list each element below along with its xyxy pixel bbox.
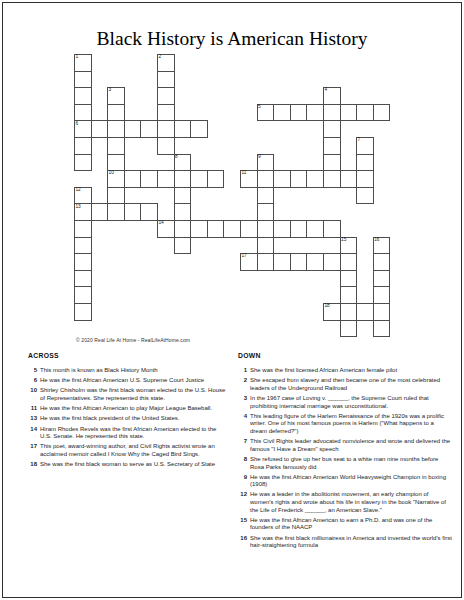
clue-number: 10 xyxy=(28,387,37,402)
clue-number: 14 xyxy=(28,426,37,441)
grid-cell[interactable] xyxy=(74,104,92,122)
grid-cell[interactable] xyxy=(273,253,291,271)
grid-cell[interactable] xyxy=(107,120,125,138)
grid-cell[interactable] xyxy=(257,253,275,271)
grid-cell[interactable] xyxy=(306,220,324,238)
clue-text: This poet, award-winning author, and Civ… xyxy=(40,443,226,458)
clue-text: This Civil Rights leader advocated nonvi… xyxy=(250,438,452,453)
clue-item: 5This month is known as Black History Mo… xyxy=(28,367,226,375)
clue-text: She escaped from slavery and then became… xyxy=(250,377,452,392)
grid-cell[interactable] xyxy=(74,137,92,155)
clue-text: This month is known as Black History Mon… xyxy=(40,367,226,375)
grid-cell[interactable] xyxy=(290,104,308,122)
clue-item: 14Hiram Rhodes Revels was the first Afri… xyxy=(28,426,226,441)
across-clues-section: ACROSS 5This month is known as Black His… xyxy=(28,352,226,471)
grid-cell[interactable] xyxy=(124,203,142,221)
clue-number: 9 xyxy=(238,474,247,489)
grid-cell[interactable] xyxy=(107,154,125,172)
clue-number: 17 xyxy=(28,443,37,458)
clue-text: She was the first black millionairess in… xyxy=(250,535,452,550)
grid-cell[interactable] xyxy=(373,253,391,271)
clue-item: 17This poet, award-winning author, and C… xyxy=(28,443,226,458)
grid-cell[interactable] xyxy=(340,253,358,271)
clue-item: 6He was the first African American U.S. … xyxy=(28,377,226,385)
clue-text: Shirley Chisholm was the first black wom… xyxy=(40,387,226,402)
grid-cell[interactable] xyxy=(157,71,175,89)
grid-cell[interactable] xyxy=(157,137,175,155)
grid-cell[interactable] xyxy=(340,104,358,122)
clue-item: 16She was the first black millionairess … xyxy=(238,535,452,550)
clue-number: 1 xyxy=(238,367,247,375)
clue-text: Hiram Rhodes Revels was the first Africa… xyxy=(40,426,226,441)
grid-cell[interactable] xyxy=(107,137,125,155)
cell-number: 6 xyxy=(75,122,78,127)
down-clue-list: 1She was the first licensed African Amer… xyxy=(238,367,452,550)
grid-cell[interactable] xyxy=(373,104,391,122)
cell-number: 5 xyxy=(258,105,261,110)
cell-number: 16 xyxy=(374,238,379,243)
grid-cell[interactable] xyxy=(174,220,192,238)
grid-cell[interactable] xyxy=(373,303,391,321)
cell-number: 4 xyxy=(324,88,327,93)
grid-cell[interactable] xyxy=(74,286,92,304)
grid-cell[interactable] xyxy=(257,187,275,205)
clue-number: 13 xyxy=(28,415,37,423)
grid-cell[interactable] xyxy=(174,170,192,188)
cell-number: 2 xyxy=(158,55,161,60)
grid-cell[interactable] xyxy=(91,203,109,221)
down-clues-section: DOWN 1She was the first licensed African… xyxy=(238,352,452,552)
cell-number: 1 xyxy=(75,55,78,60)
grid-cell[interactable] xyxy=(340,320,358,338)
grid-cell[interactable] xyxy=(124,120,142,138)
grid-cell[interactable] xyxy=(124,170,142,188)
grid-cell[interactable] xyxy=(323,154,341,172)
grid-cell[interactable] xyxy=(74,270,92,288)
grid-cell[interactable] xyxy=(174,203,192,221)
clue-item: 15He was the first African American to e… xyxy=(238,517,452,532)
grid-cell[interactable] xyxy=(290,220,308,238)
grid-cell[interactable] xyxy=(323,137,341,155)
clue-text: She refused to give up her bus seat to a… xyxy=(250,456,452,471)
clue-text: He was the first African American World … xyxy=(250,474,452,489)
clue-item: 9He was the first African American World… xyxy=(238,474,452,489)
worksheet-page: Black History is American History 123456… xyxy=(0,0,464,600)
clue-item: 18She was the first black woman to serve… xyxy=(28,461,226,469)
clue-number: 16 xyxy=(238,535,247,550)
grid-cell[interactable] xyxy=(257,170,275,188)
clue-text: He was the first African American to pla… xyxy=(40,405,226,413)
clue-number: 2 xyxy=(238,377,247,392)
page-title: Black History is American History xyxy=(0,28,464,50)
grid-cell[interactable] xyxy=(323,120,341,138)
clue-text: She was the first black woman to serve a… xyxy=(40,461,226,469)
down-header: DOWN xyxy=(238,352,452,360)
grid-cell[interactable] xyxy=(356,303,374,321)
grid-cell[interactable] xyxy=(273,104,291,122)
grid-cell[interactable] xyxy=(140,120,158,138)
grid-cell[interactable] xyxy=(273,220,291,238)
grid-cell[interactable] xyxy=(157,87,175,105)
grid-cell[interactable] xyxy=(107,104,125,122)
cell-number: 13 xyxy=(75,205,80,210)
clue-text: He was the first African American to ear… xyxy=(250,517,452,532)
clue-item: 11He was the first African American to p… xyxy=(28,405,226,413)
grid-cell[interactable] xyxy=(74,154,92,172)
clue-item: 1She was the first licensed African Amer… xyxy=(238,367,452,375)
clue-number: 8 xyxy=(238,456,247,471)
clue-number: 7 xyxy=(238,438,247,453)
grid-cell[interactable] xyxy=(190,170,208,188)
grid-cell[interactable] xyxy=(373,286,391,304)
grid-cell[interactable] xyxy=(207,170,225,188)
grid-cell[interactable] xyxy=(223,220,241,238)
clue-number: 4 xyxy=(238,413,247,436)
grid-cell[interactable] xyxy=(373,320,391,338)
grid-cell[interactable] xyxy=(74,303,92,321)
grid-cell[interactable] xyxy=(306,104,324,122)
cell-number: 3 xyxy=(109,88,112,93)
clue-number: 6 xyxy=(28,377,37,385)
grid-cell[interactable] xyxy=(157,120,175,138)
grid-cell[interactable] xyxy=(290,170,308,188)
grid-cell[interactable] xyxy=(273,170,291,188)
grid-cell[interactable] xyxy=(74,87,92,105)
grid-cell[interactable] xyxy=(340,270,358,288)
grid-cell[interactable] xyxy=(340,286,358,304)
clue-text: He was the first black president of the … xyxy=(40,415,226,423)
cell-number: 14 xyxy=(158,221,163,226)
cell-number: 17 xyxy=(241,254,246,259)
clue-text: This leading figure of the Harlem Renais… xyxy=(250,413,452,436)
grid-cell[interactable] xyxy=(74,253,92,271)
grid-cell[interactable] xyxy=(323,253,341,271)
grid-cell[interactable] xyxy=(240,220,258,238)
clue-number: 18 xyxy=(28,461,37,469)
grid-cell[interactable] xyxy=(356,104,374,122)
grid-cell[interactable] xyxy=(74,220,92,238)
grid-cell[interactable] xyxy=(190,220,208,238)
clue-number: 11 xyxy=(28,405,37,413)
clue-text: In the 1967 case of Loving v. ______, th… xyxy=(250,395,452,410)
grid-cell[interactable] xyxy=(356,154,374,172)
grid-cell[interactable] xyxy=(107,187,125,205)
grid-cell[interactable] xyxy=(356,187,374,205)
grid-cell[interactable] xyxy=(157,104,175,122)
cell-number: 7 xyxy=(358,138,361,143)
grid-cell[interactable] xyxy=(340,170,358,188)
grid-cell[interactable] xyxy=(257,220,275,238)
grid-cell[interactable] xyxy=(174,237,192,255)
clue-item: 2She escaped from slavery and then becam… xyxy=(238,377,452,392)
grid-cell[interactable] xyxy=(340,303,358,321)
grid-cell[interactable] xyxy=(174,120,192,138)
cell-number: 10 xyxy=(109,171,114,176)
grid-cell[interactable] xyxy=(157,170,175,188)
grid-cell[interactable] xyxy=(91,120,109,138)
clue-text: He was a leader in the abolitionist move… xyxy=(250,491,452,514)
cell-number: 8 xyxy=(175,155,178,160)
grid-cell[interactable] xyxy=(323,220,341,238)
clue-text: She was the first licensed African Ameri… xyxy=(250,367,452,375)
across-header: ACROSS xyxy=(28,352,226,360)
clue-number: 12 xyxy=(238,491,247,514)
clue-number: 5 xyxy=(28,367,37,375)
grid-cell[interactable] xyxy=(140,170,158,188)
grid-cell[interactable] xyxy=(306,253,324,271)
clue-number: 3 xyxy=(238,395,247,410)
across-clue-list: 5This month is known as Black History Mo… xyxy=(28,367,226,469)
clue-item: 4This leading figure of the Harlem Renai… xyxy=(238,413,452,436)
grid-cell[interactable] xyxy=(257,203,275,221)
clue-item: 3In the 1967 case of Loving v. ______, t… xyxy=(238,395,452,410)
grid-cell[interactable] xyxy=(290,253,308,271)
grid-cell[interactable] xyxy=(207,220,225,238)
clue-text: He was the first African American U.S. S… xyxy=(40,377,226,385)
clue-item: 13He was the first black president of th… xyxy=(28,415,226,423)
grid-cell[interactable] xyxy=(323,170,341,188)
grid-cell[interactable] xyxy=(107,203,125,221)
clue-number: 15 xyxy=(238,517,247,532)
cell-number: 11 xyxy=(241,171,246,176)
clue-item: 10Shirley Chisholm was the first black w… xyxy=(28,387,226,402)
clue-item: 12He was a leader in the abolitionist mo… xyxy=(238,491,452,514)
grid-cell[interactable] xyxy=(257,237,275,255)
grid-cell[interactable] xyxy=(190,120,208,138)
grid-cell[interactable] xyxy=(323,104,341,122)
grid-cell[interactable] xyxy=(174,187,192,205)
clue-item: 8She refused to give up her bus seat to … xyxy=(238,456,452,471)
grid-cell[interactable] xyxy=(373,270,391,288)
cell-number: 12 xyxy=(75,188,80,193)
grid-cell[interactable] xyxy=(306,170,324,188)
cell-number: 9 xyxy=(258,155,261,160)
grid-cell[interactable] xyxy=(140,203,158,221)
grid-cell[interactable] xyxy=(74,237,92,255)
grid-cell[interactable] xyxy=(356,170,374,188)
cell-number: 18 xyxy=(324,304,329,309)
cell-number: 15 xyxy=(341,238,346,243)
clue-item: 7This Civil Rights leader advocated nonv… xyxy=(238,438,452,453)
copyright-line: © 2020 Real Life At Home - RealLifeAtHom… xyxy=(76,337,190,343)
crossword-grid: 123456789101112131415161718 xyxy=(74,54,392,339)
grid-cell[interactable] xyxy=(74,71,92,89)
